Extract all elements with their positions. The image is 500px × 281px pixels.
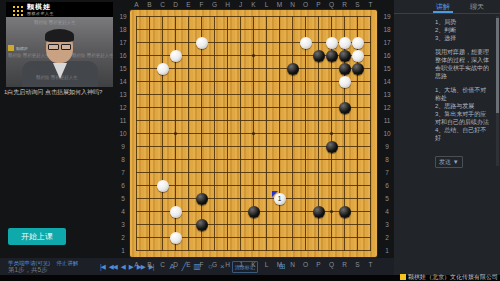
tab-讲解[interactable]: 讲解 [436, 0, 450, 13]
video-watermark: 颗棋娃 围棋更好人生 [34, 20, 76, 25]
coord-letter-bottom-G: G [208, 260, 221, 269]
coord-number-right-16: 16 [381, 51, 393, 60]
coord-number-left-1: 1 [117, 246, 129, 255]
coord-letter-top-P: P [312, 0, 325, 9]
stone-white-Q17[interactable] [326, 37, 338, 49]
coord-letter-bottom-E: E [182, 260, 195, 269]
coord-letter-bottom-H: H [221, 260, 234, 269]
coord-letter-bottom-M: M [273, 260, 286, 269]
coord-letter-top-T: T [364, 0, 377, 9]
coord-number-left-16: 16 [117, 51, 129, 60]
coord-number-left-11: 11 [117, 116, 129, 125]
start-class-button[interactable]: 开始上课 [8, 228, 66, 245]
stone-black-Q9[interactable] [326, 141, 338, 153]
stone-black-F3[interactable] [196, 219, 208, 231]
coord-number-left-12: 12 [117, 103, 129, 112]
coord-number-left-5: 5 [117, 194, 129, 203]
move-number-label: 1 [278, 196, 282, 202]
brand-text: 颗棋娃 围棋改变人生 [27, 3, 54, 16]
coord-letter-top-O: O [299, 0, 312, 9]
coord-number-left-3: 3 [117, 220, 129, 229]
coord-letter-bottom-Q: Q [325, 260, 338, 269]
stone-black-K4[interactable] [248, 206, 260, 218]
coord-letter-bottom-O: O [299, 260, 312, 269]
coord-number-right-6: 6 [381, 181, 393, 190]
coord-letter-top-K: K [247, 0, 260, 9]
coord-letter-top-R: R [338, 0, 351, 9]
coord-letter-top-C: C [156, 0, 169, 9]
coord-number-left-7: 7 [117, 168, 129, 177]
coord-letter-top-Q: Q [325, 0, 338, 9]
brand-logo: 颗棋娃 围棋改变人生 [6, 2, 113, 17]
coord-letter-bottom-S: S [351, 260, 364, 269]
note-line: 3、算出来对手的应对和自己的后续办法 [435, 110, 491, 126]
coord-letter-bottom-A: A [130, 260, 143, 269]
move-counter: 第1步，共5步 [8, 266, 96, 274]
coord-number-right-11: 11 [381, 116, 393, 125]
coord-letter-top-G: G [208, 0, 221, 9]
app-window: 颗棋娃 围棋改变人生 颗棋娃 颗棋娃 围棋更好人生颗棋娃 围棋更好人生颗棋娃 围… [0, 0, 500, 281]
coord-number-left-15: 15 [117, 64, 129, 73]
person-hair [45, 29, 74, 42]
stone-white-D4[interactable] [170, 206, 182, 218]
coord-number-right-17: 17 [381, 38, 393, 47]
stone-black-R15[interactable] [339, 63, 351, 75]
coord-letter-bottom-T: T [364, 260, 377, 269]
coord-number-left-13: 13 [117, 90, 129, 99]
coord-letter-bottom-N: N [286, 260, 299, 269]
coord-number-right-14: 14 [381, 77, 393, 86]
coord-number-right-13: 13 [381, 90, 393, 99]
star-point [252, 132, 255, 135]
coord-letter-top-S: S [351, 0, 364, 9]
student-request-link[interactable]: 学员端申请(可见) [8, 260, 50, 266]
stone-white-C6[interactable] [157, 180, 169, 192]
coord-number-left-19: 19 [117, 12, 129, 21]
coord-letter-bottom-L: L [260, 260, 273, 269]
coord-letter-top-F: F [195, 0, 208, 9]
coord-number-right-1: 1 [381, 246, 393, 255]
coord-letter-top-E: E [182, 0, 195, 9]
coord-number-left-18: 18 [117, 25, 129, 34]
last-move-marker-icon [272, 191, 278, 197]
stone-black-S15[interactable] [352, 63, 364, 75]
sidebar-tabbar: 讲解聊天 [394, 0, 500, 14]
coord-letter-bottom-D: D [169, 260, 182, 269]
coord-number-right-18: 18 [381, 25, 393, 34]
coord-letter-top-A: A [130, 0, 143, 9]
video-watermark: 颗棋娃 围棋更好人生 [36, 75, 78, 80]
glasses-icon [48, 44, 71, 50]
lesson-sidebar: 讲解聊天 1、局势2、判断3、选择 我用对弈题，想要理整体的过程，深入体会职业棋… [394, 0, 500, 275]
note-line: 2、判断 [435, 26, 491, 34]
go-board: 1 AABBCCDDEEFFGGHHJJKKLLMMNNOOPPQQRRSSTT… [116, 0, 394, 270]
company-name: 颗棋娃（北京）文化传媒有限公司 [408, 273, 498, 281]
stone-white-R14[interactable] [339, 76, 351, 88]
note-line: 4、总结、自己好不好 [435, 126, 491, 142]
coord-number-right-3: 3 [381, 220, 393, 229]
star-point [330, 132, 333, 135]
note-line: 1、大场、价值不对称处 [435, 86, 491, 102]
coord-number-right-15: 15 [381, 64, 393, 73]
coord-number-left-2: 2 [117, 233, 129, 242]
coord-letter-bottom-K: K [247, 260, 260, 269]
stone-white-S16[interactable] [352, 50, 364, 62]
video-watermark-badge: 颗棋娃 [8, 45, 28, 51]
board-wood: 1 [130, 10, 377, 257]
brand-logo-icon [8, 45, 14, 51]
stone-black-Q16[interactable] [326, 50, 338, 62]
coord-number-right-10: 10 [381, 129, 393, 138]
note-line: 3、选择 [435, 34, 491, 42]
star-point [330, 210, 333, 213]
coord-number-right-8: 8 [381, 155, 393, 164]
coord-letter-top-L: L [260, 0, 273, 9]
teacher-video: 颗棋娃 颗棋娃 围棋更好人生颗棋娃 围棋更好人生颗棋娃 围棋更好人生颗棋娃 围棋… [6, 17, 113, 87]
stone-white-C15[interactable] [157, 63, 169, 75]
stone-white-D2[interactable] [170, 232, 182, 244]
scrollbar-thumb[interactable] [496, 18, 499, 113]
coord-letter-top-D: D [169, 0, 182, 9]
stone-black-R4[interactable] [339, 206, 351, 218]
note-line: 1、局势 [435, 18, 491, 26]
coord-number-left-4: 4 [117, 207, 129, 216]
coord-letter-bottom-P: P [312, 260, 325, 269]
coord-number-left-14: 14 [117, 77, 129, 86]
coord-number-right-9: 9 [381, 142, 393, 151]
coord-number-right-19: 19 [381, 12, 393, 21]
coord-letter-top-J: J [234, 0, 247, 9]
stone-black-R16[interactable] [339, 50, 351, 62]
coord-number-left-17: 17 [117, 38, 129, 47]
coord-letter-top-B: B [143, 0, 156, 9]
stone-black-P4[interactable] [313, 206, 325, 218]
send-dropdown[interactable]: 发送 ▼ [435, 156, 463, 168]
brand-title: 颗棋娃 [27, 3, 54, 11]
coord-number-left-6: 6 [117, 181, 129, 190]
stone-white-D16[interactable] [170, 50, 182, 62]
stone-black-P16[interactable] [313, 50, 325, 62]
stone-white-M5[interactable]: 1 [274, 193, 286, 205]
company-logo-icon [400, 274, 406, 280]
sidebar-scrollbar[interactable] [496, 16, 499, 166]
brand-logo-icon [11, 4, 23, 16]
coord-letter-bottom-F: F [195, 260, 208, 269]
person-head [46, 31, 73, 63]
send-label: 发送 [439, 159, 451, 165]
tab-聊天[interactable]: 聊天 [470, 0, 484, 13]
note-line: 2、思路与发展 [435, 102, 491, 110]
coord-letter-top-N: N [286, 0, 299, 9]
coord-letter-bottom-B: B [143, 260, 156, 269]
coord-number-right-7: 7 [381, 168, 393, 177]
star-point [174, 132, 177, 135]
stop-explain-link[interactable]: 停止讲解 [56, 260, 78, 266]
star-point [252, 54, 255, 57]
lesson-notes: 1、局势2、判断3、选择 我用对弈题，想要理整体的过程，深入体会职业棋手实战中的… [435, 18, 491, 168]
video-watermark: 颗棋娃 围棋更好人生 [72, 53, 113, 58]
board-grid[interactable]: 1 [136, 16, 371, 251]
coord-number-right-12: 12 [381, 103, 393, 112]
brand-subtitle: 围棋改变人生 [27, 11, 54, 16]
coord-number-right-5: 5 [381, 194, 393, 203]
coord-number-right-2: 2 [381, 233, 393, 242]
coord-number-left-9: 9 [117, 142, 129, 151]
lesson-points-list: 1、大场、价值不对称处2、思路与发展3、算出来对手的应对和自己的后续办法4、总结… [435, 86, 491, 142]
coord-number-left-10: 10 [117, 129, 129, 138]
stone-white-S17[interactable] [352, 37, 364, 49]
stone-black-F5[interactable] [196, 193, 208, 205]
coord-letter-bottom-J: J [234, 260, 247, 269]
lesson-paragraph: 我用对弈题，想要理整体的过程，深入体会职业棋手实战中的思路 [435, 48, 491, 80]
toolbar-status: 学员端申请(可见)停止讲解 第1步，共5步 [0, 260, 96, 274]
coord-letter-bottom-R: R [338, 260, 351, 269]
stone-white-O17[interactable] [300, 37, 312, 49]
coord-letter-top-H: H [221, 0, 234, 9]
chat-message: 1白先启动询问 点击括展如何入神吗? [4, 89, 116, 97]
coord-letter-bottom-C: C [156, 260, 169, 269]
badge-label: 颗棋娃 [16, 46, 28, 51]
company-credit: 颗棋娃（北京）文化传媒有限公司 [400, 273, 498, 281]
stone-white-F17[interactable] [196, 37, 208, 49]
stone-black-R12[interactable] [339, 102, 351, 114]
stone-white-R17[interactable] [339, 37, 351, 49]
coord-number-left-8: 8 [117, 155, 129, 164]
video-watermark: 颗棋娃 围棋更好人生 [8, 53, 50, 58]
chevron-down-icon: ▼ [453, 159, 459, 165]
stone-black-N15[interactable] [287, 63, 299, 75]
first-move-button-icon[interactable]: |◀ [100, 263, 105, 271]
lesson-outline-list: 1、局势2、判断3、选择 [435, 18, 491, 42]
coord-letter-top-M: M [273, 0, 286, 9]
coord-number-right-4: 4 [381, 207, 393, 216]
